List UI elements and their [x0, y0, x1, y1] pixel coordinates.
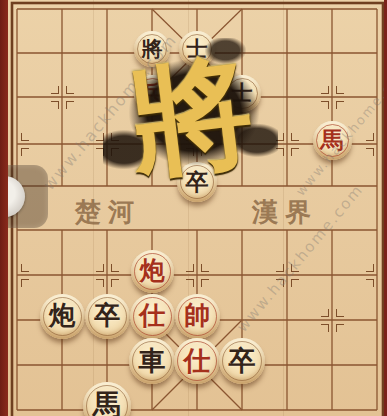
position-marker — [201, 279, 209, 287]
piece-black-炮[interactable]: 炮 — [40, 294, 85, 339]
piece-black-卒[interactable]: 卒 — [85, 294, 130, 339]
piece-character: 士 — [187, 38, 208, 59]
position-marker — [321, 101, 329, 109]
position-marker — [366, 133, 374, 141]
app-frame-left-edge — [0, 0, 8, 416]
river-label-left: 楚河 — [75, 195, 141, 230]
piece-black-士[interactable]: 士 — [179, 31, 215, 67]
piece-red-炮[interactable]: 炮 — [131, 250, 174, 293]
position-marker — [366, 148, 374, 156]
piece-character: 帥 — [184, 302, 210, 328]
piece-red-帥[interactable]: 帥 — [175, 294, 220, 339]
position-marker — [186, 148, 194, 156]
position-marker — [321, 309, 329, 317]
position-marker — [186, 264, 194, 272]
position-marker — [276, 264, 284, 272]
position-marker — [66, 101, 74, 109]
piece-black-卒[interactable]: 卒 — [219, 338, 265, 384]
piece-character: 卒 — [94, 302, 120, 328]
position-marker — [336, 86, 344, 94]
position-marker — [96, 133, 104, 141]
piece-black-卒[interactable]: 卒 — [177, 162, 217, 202]
position-marker — [111, 148, 119, 156]
xiangqi-board: 楚河 漢界 將士兵士馬卒炮炮卒仕帥車仕卒馬 www.hackhome.com w… — [0, 0, 387, 416]
position-marker — [276, 279, 284, 287]
piece-character: 仕 — [184, 347, 211, 374]
position-marker — [276, 133, 284, 141]
position-marker — [336, 309, 344, 317]
piece-character: 馬 — [321, 128, 344, 151]
piece-red-仕[interactable]: 仕 — [130, 294, 175, 339]
position-marker — [321, 324, 329, 332]
piece-character: 馬 — [93, 391, 121, 416]
piece-black-車[interactable]: 車 — [129, 338, 175, 384]
position-marker — [51, 86, 59, 94]
position-marker — [111, 279, 119, 287]
piece-character: 卒 — [229, 347, 256, 374]
position-marker — [291, 279, 299, 287]
position-marker — [336, 324, 344, 332]
position-marker — [96, 264, 104, 272]
piece-character: 仕 — [139, 302, 165, 328]
position-marker — [366, 264, 374, 272]
piece-red-馬[interactable]: 馬 — [313, 121, 352, 160]
position-marker — [201, 133, 209, 141]
position-marker — [96, 148, 104, 156]
position-marker — [291, 264, 299, 272]
position-marker — [291, 133, 299, 141]
position-marker — [51, 101, 59, 109]
position-marker — [336, 101, 344, 109]
position-marker — [21, 264, 29, 272]
piece-character: 士 — [232, 82, 253, 103]
piece-character: 炮 — [140, 258, 165, 283]
position-marker — [276, 148, 284, 156]
piece-character: 卒 — [186, 170, 209, 193]
piece-red-仕[interactable]: 仕 — [174, 338, 220, 384]
position-marker — [111, 264, 119, 272]
position-marker — [21, 279, 29, 287]
position-marker — [186, 279, 194, 287]
position-marker — [186, 133, 194, 141]
river-label-right: 漢界 — [252, 195, 318, 230]
position-marker — [291, 148, 299, 156]
piece-red-兵[interactable]: 兵 — [134, 75, 171, 112]
xiangqi-game-screen: { "game": "xiangqi", "position": { "fen"… — [0, 0, 387, 416]
piece-character: 車 — [139, 347, 166, 374]
piece-character: 兵 — [142, 82, 163, 103]
position-marker — [21, 148, 29, 156]
piece-character: 炮 — [49, 302, 75, 328]
position-marker — [201, 148, 209, 156]
position-marker — [201, 264, 209, 272]
position-marker — [111, 133, 119, 141]
position-marker — [96, 279, 104, 287]
position-marker — [21, 133, 29, 141]
position-marker — [66, 86, 74, 94]
piece-character: 將 — [142, 38, 163, 59]
piece-black-士[interactable]: 士 — [224, 75, 261, 112]
piece-black-將[interactable]: 將 — [134, 31, 170, 67]
position-marker — [366, 279, 374, 287]
position-marker — [321, 86, 329, 94]
